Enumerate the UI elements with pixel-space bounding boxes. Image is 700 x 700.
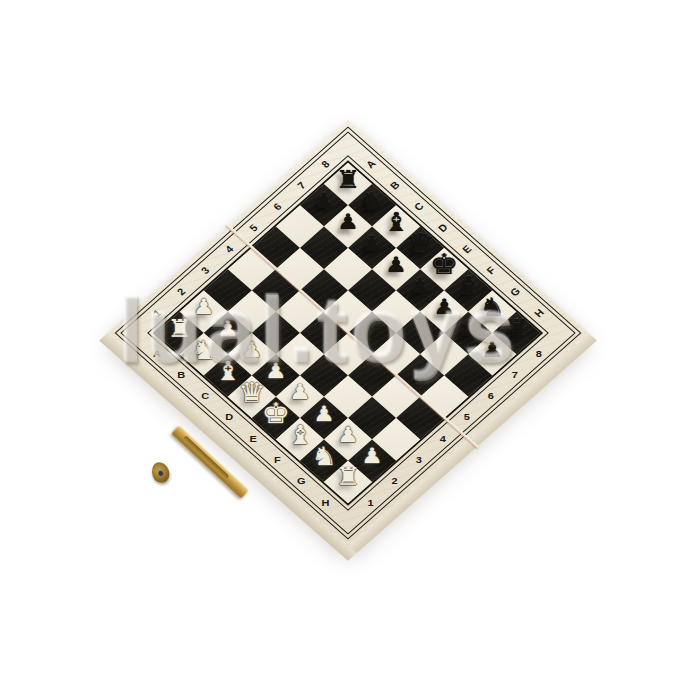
- rank-label-right-3: 3: [416, 454, 422, 465]
- file-label-top-E: E: [460, 243, 474, 255]
- rank-label-right-4: 4: [440, 433, 446, 444]
- file-label-bottom-A: A: [153, 348, 161, 359]
- file-label-bottom-D: D: [225, 412, 233, 423]
- black-pawn: ♟: [475, 335, 509, 365]
- board-frame: ♜♞♝♛♚♝♞♜♟♟♟♟♟♟♟♟♟♟♟♟♟♟♟♟♜♞♝♛♚♝♞♜ AABBCCD…: [108, 120, 589, 546]
- file-label-top-F: F: [484, 265, 497, 277]
- rank-label-right-2: 2: [392, 475, 398, 486]
- file-label-bottom-B: B: [177, 369, 185, 380]
- file-label-top-D: D: [436, 222, 450, 234]
- white-rook: ♜: [331, 462, 365, 492]
- file-label-bottom-G: G: [297, 475, 306, 486]
- file-label-top-A: A: [364, 158, 378, 170]
- rank-label-left-5: 5: [247, 222, 260, 233]
- rank-label-left-8: 8: [319, 158, 332, 169]
- rank-label-left-3: 3: [199, 265, 212, 276]
- chess-set-product-photo: ♜♞♝♛♚♝♞♜♟♟♟♟♟♟♟♟♟♟♟♟♟♟♟♟♜♞♝♛♚♝♞♜ AABBCCD…: [0, 0, 700, 700]
- rank-label-left-2: 2: [175, 286, 188, 297]
- file-label-top-B: B: [388, 179, 402, 191]
- rank-label-right-1: 1: [368, 497, 374, 508]
- rank-label-left-4: 4: [223, 243, 236, 254]
- rank-label-right-8: 8: [536, 348, 542, 359]
- brass-clasp-keeper: [149, 460, 172, 485]
- file-label-bottom-E: E: [250, 433, 257, 444]
- rank-label-right-5: 5: [464, 412, 470, 423]
- file-label-top-C: C: [412, 200, 426, 212]
- file-label-bottom-C: C: [201, 390, 209, 401]
- file-label-top-G: G: [508, 285, 523, 298]
- file-label-bottom-F: F: [274, 454, 281, 465]
- rank-label-right-6: 6: [488, 390, 494, 401]
- file-label-top-H: H: [532, 307, 546, 319]
- rank-label-right-7: 7: [512, 369, 518, 380]
- rank-label-left-1: 1: [151, 307, 164, 318]
- rank-label-left-6: 6: [271, 201, 284, 212]
- file-label-bottom-H: H: [321, 497, 329, 508]
- square-h1: ♜: [324, 461, 372, 504]
- brass-clasp-hole: [157, 469, 164, 476]
- rank-label-left-7: 7: [295, 180, 308, 191]
